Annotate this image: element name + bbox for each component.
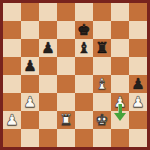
square-h1[interactable] xyxy=(129,129,147,147)
square-a5[interactable] xyxy=(3,57,21,75)
square-a7[interactable] xyxy=(3,21,21,39)
square-b3[interactable]: ♟ xyxy=(21,93,39,111)
square-d1[interactable] xyxy=(57,129,75,147)
square-d4[interactable] xyxy=(57,75,75,93)
square-g1[interactable] xyxy=(111,129,129,147)
square-b4[interactable] xyxy=(21,75,39,93)
square-c8[interactable] xyxy=(39,3,57,21)
square-h6[interactable] xyxy=(129,39,147,57)
square-b5[interactable]: ♟ xyxy=(21,57,39,75)
square-b7[interactable] xyxy=(21,21,39,39)
square-e5[interactable] xyxy=(75,57,93,75)
square-g2[interactable] xyxy=(111,111,129,129)
square-b6[interactable] xyxy=(21,39,39,57)
piece-white-pawn[interactable]: ♟ xyxy=(131,93,144,111)
square-h5[interactable] xyxy=(129,57,147,75)
square-a8[interactable] xyxy=(3,3,21,21)
square-a1[interactable] xyxy=(3,129,21,147)
piece-white-rook[interactable]: ♜ xyxy=(59,111,72,129)
piece-black-pawn[interactable]: ♟ xyxy=(131,75,144,93)
square-e4[interactable] xyxy=(75,75,93,93)
square-h4[interactable]: ♟ xyxy=(129,75,147,93)
square-c4[interactable] xyxy=(39,75,57,93)
square-d7[interactable] xyxy=(57,21,75,39)
square-g3[interactable]: ♟ xyxy=(111,93,129,111)
piece-black-bishop[interactable]: ♝ xyxy=(77,39,90,57)
square-a2[interactable]: ♟ xyxy=(3,111,21,129)
piece-black-rook[interactable]: ♜ xyxy=(95,39,108,57)
square-g8[interactable] xyxy=(111,3,129,21)
piece-white-king[interactable]: ♚ xyxy=(95,111,108,129)
piece-white-pawn[interactable]: ♟ xyxy=(113,93,126,111)
square-h8[interactable] xyxy=(129,3,147,21)
square-c7[interactable] xyxy=(39,21,57,39)
piece-white-pawn[interactable]: ♟ xyxy=(5,111,18,129)
square-f3[interactable] xyxy=(93,93,111,111)
square-e1[interactable] xyxy=(75,129,93,147)
square-h3[interactable]: ♟ xyxy=(129,93,147,111)
square-f1[interactable] xyxy=(93,129,111,147)
square-e8[interactable] xyxy=(75,3,93,21)
square-e2[interactable] xyxy=(75,111,93,129)
square-e6[interactable]: ♝ xyxy=(75,39,93,57)
square-e7[interactable]: ♚ xyxy=(75,21,93,39)
square-f5[interactable] xyxy=(93,57,111,75)
square-h2[interactable] xyxy=(129,111,147,129)
square-c1[interactable] xyxy=(39,129,57,147)
square-d8[interactable] xyxy=(57,3,75,21)
square-g6[interactable] xyxy=(111,39,129,57)
square-f6[interactable]: ♜ xyxy=(93,39,111,57)
square-g7[interactable] xyxy=(111,21,129,39)
square-d5[interactable] xyxy=(57,57,75,75)
square-f2[interactable]: ♚ xyxy=(93,111,111,129)
square-e3[interactable] xyxy=(75,93,93,111)
piece-black-pawn[interactable]: ♟ xyxy=(41,39,54,57)
square-b1[interactable] xyxy=(21,129,39,147)
square-d6[interactable] xyxy=(57,39,75,57)
square-b2[interactable] xyxy=(21,111,39,129)
square-a6[interactable] xyxy=(3,39,21,57)
square-b8[interactable] xyxy=(21,3,39,21)
square-c2[interactable] xyxy=(39,111,57,129)
piece-white-bishop[interactable]: ♝ xyxy=(95,75,108,93)
square-g5[interactable] xyxy=(111,57,129,75)
square-d2[interactable]: ♜ xyxy=(57,111,75,129)
square-d3[interactable] xyxy=(57,93,75,111)
square-c5[interactable] xyxy=(39,57,57,75)
chess-board: ♚♟♝♜♟♝♟♟♟♟♟♜♚ xyxy=(3,3,147,147)
square-f8[interactable] xyxy=(93,3,111,21)
square-f7[interactable] xyxy=(93,21,111,39)
chess-board-frame: ♚♟♝♜♟♝♟♟♟♟♟♜♚ xyxy=(0,0,150,150)
square-f4[interactable]: ♝ xyxy=(93,75,111,93)
piece-black-king[interactable]: ♚ xyxy=(77,21,90,39)
square-a3[interactable] xyxy=(3,93,21,111)
square-c6[interactable]: ♟ xyxy=(39,39,57,57)
square-c3[interactable] xyxy=(39,93,57,111)
square-g4[interactable] xyxy=(111,75,129,93)
square-a4[interactable] xyxy=(3,75,21,93)
piece-black-pawn[interactable]: ♟ xyxy=(23,57,36,75)
piece-white-pawn[interactable]: ♟ xyxy=(23,93,36,111)
square-h7[interactable] xyxy=(129,21,147,39)
